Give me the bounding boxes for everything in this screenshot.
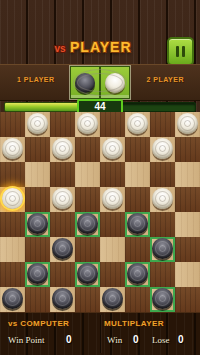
white-piece[interactable] bbox=[2, 138, 23, 159]
pause-icon bbox=[182, 46, 185, 57]
player2-label: 2 PLAYER bbox=[146, 76, 184, 83]
square-r7c3[interactable] bbox=[75, 287, 100, 312]
page-title: vs PLAYER bbox=[0, 38, 186, 56]
square-r1c7[interactable] bbox=[175, 137, 200, 162]
square-r4c5[interactable] bbox=[125, 212, 150, 237]
lose-label: Lose bbox=[152, 335, 170, 345]
square-r3c7[interactable] bbox=[175, 187, 200, 212]
square-r0c3[interactable] bbox=[75, 112, 100, 137]
timer-bar-right bbox=[120, 102, 196, 112]
title-player: PLAYER bbox=[70, 39, 132, 55]
square-r5c3[interactable] bbox=[75, 237, 100, 262]
square-r6c4[interactable] bbox=[100, 262, 125, 287]
square-r7c6[interactable] bbox=[150, 287, 175, 312]
square-r5c4[interactable] bbox=[100, 237, 125, 262]
timer-bar-left bbox=[4, 102, 80, 112]
dark-piece[interactable] bbox=[102, 288, 123, 309]
square-r3c1[interactable] bbox=[25, 187, 50, 212]
square-r1c3[interactable] bbox=[75, 137, 100, 162]
vs-computer-button[interactable]: vs COMPUTER bbox=[8, 319, 69, 328]
square-r2c6[interactable] bbox=[150, 162, 175, 187]
square-r4c1[interactable] bbox=[25, 212, 50, 237]
square-r3c0[interactable] bbox=[0, 187, 25, 212]
white-piece[interactable] bbox=[152, 188, 173, 209]
white-piece[interactable] bbox=[177, 113, 198, 134]
white-piece[interactable] bbox=[102, 188, 123, 209]
square-r2c4[interactable] bbox=[100, 162, 125, 187]
dark-piece[interactable] bbox=[2, 288, 23, 309]
white-piece[interactable] bbox=[27, 113, 48, 134]
square-r7c5[interactable] bbox=[125, 287, 150, 312]
square-r4c7[interactable] bbox=[175, 212, 200, 237]
checkers-app: vs PLAYER 1 PLAYER 2 PLAYER 44 vs COMPUT… bbox=[0, 0, 200, 355]
square-r2c0[interactable] bbox=[0, 162, 25, 187]
square-r4c3[interactable] bbox=[75, 212, 100, 237]
square-r4c6[interactable] bbox=[150, 212, 175, 237]
square-r6c7[interactable] bbox=[175, 262, 200, 287]
player2-piece-box bbox=[100, 66, 130, 99]
win-point-value: 0 bbox=[66, 334, 72, 345]
square-r0c5[interactable] bbox=[125, 112, 150, 137]
dark-piece[interactable] bbox=[152, 288, 173, 309]
dark-piece[interactable] bbox=[127, 213, 148, 234]
square-r7c7[interactable] bbox=[175, 287, 200, 312]
dark-piece[interactable] bbox=[77, 263, 98, 284]
win-value: 0 bbox=[133, 334, 139, 345]
square-r7c0[interactable] bbox=[0, 287, 25, 312]
white-piece[interactable] bbox=[102, 138, 123, 159]
title-vs: vs bbox=[54, 43, 65, 54]
square-r6c2[interactable] bbox=[50, 262, 75, 287]
square-r7c4[interactable] bbox=[100, 287, 125, 312]
square-r2c7[interactable] bbox=[175, 162, 200, 187]
square-r1c5[interactable] bbox=[125, 137, 150, 162]
square-r0c4[interactable] bbox=[100, 112, 125, 137]
player1-label: 1 PLAYER bbox=[17, 76, 55, 83]
square-r1c0[interactable] bbox=[0, 137, 25, 162]
square-r4c4[interactable] bbox=[100, 212, 125, 237]
square-r5c6[interactable] bbox=[150, 237, 175, 262]
win-point-label: Win Point bbox=[8, 335, 44, 345]
square-r0c1[interactable] bbox=[25, 112, 50, 137]
square-r7c1[interactable] bbox=[25, 287, 50, 312]
square-r5c2[interactable] bbox=[50, 237, 75, 262]
square-r3c2[interactable] bbox=[50, 187, 75, 212]
square-r1c4[interactable] bbox=[100, 137, 125, 162]
dark-piece[interactable] bbox=[27, 213, 48, 234]
white-piece[interactable] bbox=[52, 188, 73, 209]
square-r0c7[interactable] bbox=[175, 112, 200, 137]
square-r6c5[interactable] bbox=[125, 262, 150, 287]
white-piece[interactable] bbox=[52, 138, 73, 159]
square-r5c7[interactable] bbox=[175, 237, 200, 262]
square-r6c1[interactable] bbox=[25, 262, 50, 287]
dark-piece[interactable] bbox=[52, 238, 73, 259]
square-r3c6[interactable] bbox=[150, 187, 175, 212]
white-piece[interactable] bbox=[77, 113, 98, 134]
pause-icon bbox=[176, 46, 179, 57]
square-r3c4[interactable] bbox=[100, 187, 125, 212]
square-r3c3[interactable] bbox=[75, 187, 100, 212]
bottom-divider bbox=[100, 315, 101, 353]
multiplayer-button[interactable]: MULTIPLAYER bbox=[104, 319, 164, 328]
white-checker-icon bbox=[105, 73, 125, 93]
turn-piece-selector bbox=[69, 65, 131, 100]
board bbox=[0, 112, 200, 312]
dark-piece[interactable] bbox=[152, 238, 173, 259]
square-r4c2[interactable] bbox=[50, 212, 75, 237]
lose-value: 0 bbox=[178, 334, 184, 345]
dark-piece[interactable] bbox=[52, 288, 73, 309]
square-r5c5[interactable] bbox=[125, 237, 150, 262]
square-r0c0[interactable] bbox=[0, 112, 25, 137]
selected-white-piece[interactable] bbox=[2, 188, 23, 209]
dark-piece[interactable] bbox=[127, 263, 148, 284]
dark-piece[interactable] bbox=[27, 263, 48, 284]
square-r2c1[interactable] bbox=[25, 162, 50, 187]
square-r6c3[interactable] bbox=[75, 262, 100, 287]
square-r0c2[interactable] bbox=[50, 112, 75, 137]
square-r4c0[interactable] bbox=[0, 212, 25, 237]
pause-button[interactable] bbox=[167, 37, 194, 66]
dark-piece[interactable] bbox=[77, 213, 98, 234]
square-r0c6[interactable] bbox=[150, 112, 175, 137]
square-r3c5[interactable] bbox=[125, 187, 150, 212]
square-r5c0[interactable] bbox=[0, 237, 25, 262]
square-r1c2[interactable] bbox=[50, 137, 75, 162]
square-r2c5[interactable] bbox=[125, 162, 150, 187]
square-r2c3[interactable] bbox=[75, 162, 100, 187]
square-r6c6[interactable] bbox=[150, 262, 175, 287]
square-r2c2[interactable] bbox=[50, 162, 75, 187]
square-r1c6[interactable] bbox=[150, 137, 175, 162]
square-r1c1[interactable] bbox=[25, 137, 50, 162]
white-piece[interactable] bbox=[127, 113, 148, 134]
win-label: Win bbox=[107, 335, 122, 345]
white-piece[interactable] bbox=[152, 138, 173, 159]
square-r7c2[interactable] bbox=[50, 287, 75, 312]
square-r5c1[interactable] bbox=[25, 237, 50, 262]
square-r6c0[interactable] bbox=[0, 262, 25, 287]
